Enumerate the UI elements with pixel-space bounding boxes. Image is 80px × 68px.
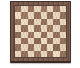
photo-background bbox=[0, 0, 80, 68]
chess-board bbox=[10, 1, 71, 63]
square-e8[interactable] bbox=[41, 6, 47, 12]
square-g1[interactable] bbox=[53, 51, 59, 57]
board-squares bbox=[15, 6, 66, 57]
square-d1[interactable] bbox=[34, 51, 40, 57]
square-h1[interactable] bbox=[60, 51, 66, 57]
square-a4[interactable] bbox=[15, 32, 21, 38]
square-h2[interactable] bbox=[60, 44, 66, 50]
square-f5[interactable] bbox=[47, 25, 53, 31]
